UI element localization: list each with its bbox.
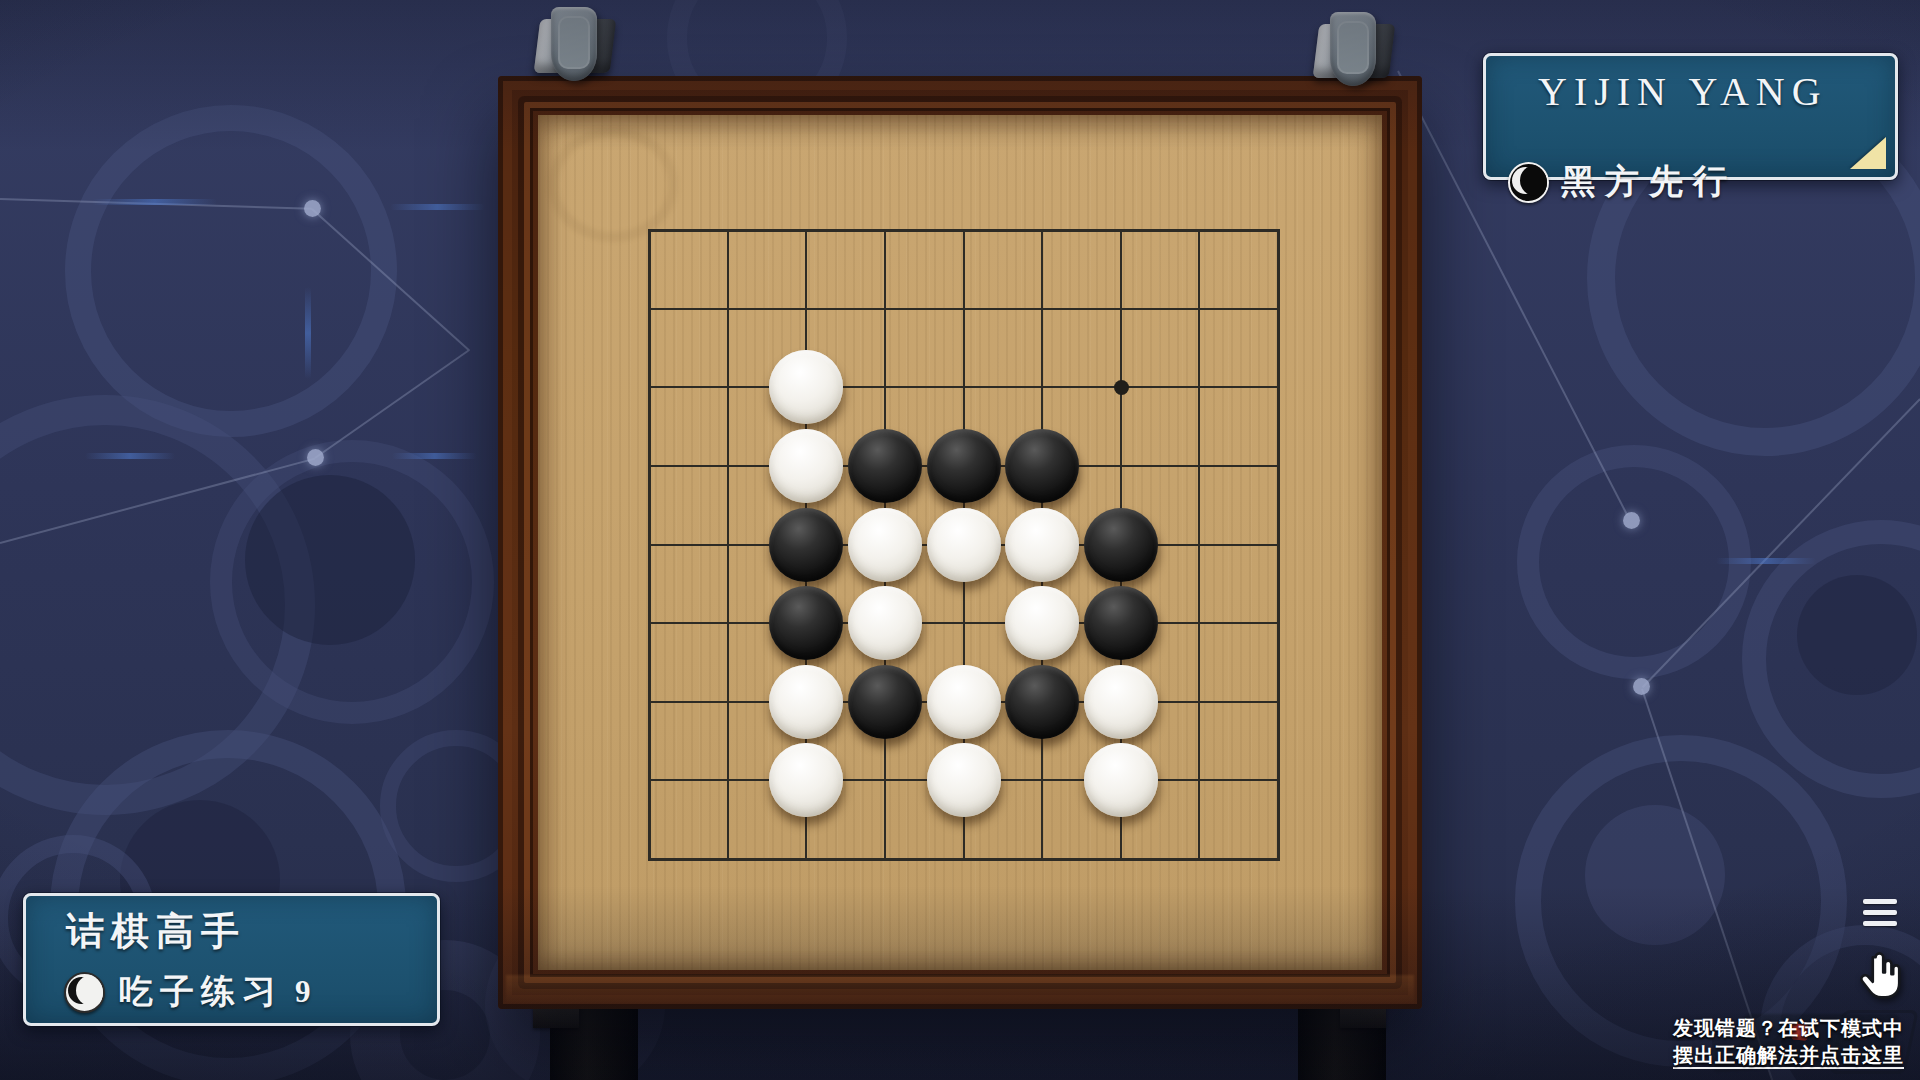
hand-pointer-cursor: [1857, 952, 1905, 1006]
white-stone: [769, 665, 843, 739]
grid-line-h: [648, 622, 1280, 624]
report-hint-line1: 发现错题？在试下模式中: [1673, 1016, 1904, 1041]
bg-disc: [1797, 575, 1917, 695]
black-stone: [1084, 508, 1158, 582]
white-stone: [769, 350, 843, 424]
grid-line-v: [1198, 229, 1200, 861]
star-point: [1114, 380, 1129, 395]
black-stone: [848, 665, 922, 739]
grid-line-h: [648, 858, 1280, 861]
puzzle-subtitle: 吃子练习: [119, 969, 283, 1015]
player-panel: YIJIN YANG 黑方先行: [1483, 53, 1898, 180]
player-name: YIJIN YANG: [1538, 68, 1828, 115]
go-board-surface[interactable]: [538, 115, 1382, 970]
white-stone-crescent-icon: [64, 972, 105, 1013]
white-stone: [927, 508, 1001, 582]
bg-node-dot: [307, 449, 324, 466]
black-stone: [1005, 429, 1079, 503]
white-stone: [1005, 586, 1079, 660]
white-stone: [769, 743, 843, 817]
board-clamp-right: [1310, 12, 1400, 88]
puzzle-title: 诘棋高手: [66, 906, 246, 957]
board-grid[interactable]: [648, 229, 1280, 861]
black-stone: [769, 508, 843, 582]
black-stone: [1005, 665, 1079, 739]
report-hint-link[interactable]: 摆出正确解法并点击这里: [1673, 1044, 1904, 1069]
bg-disc: [245, 475, 415, 645]
panel-corner-triangle-icon[interactable]: [1850, 137, 1886, 169]
white-stone: [1084, 665, 1158, 739]
bg-node-dot: [304, 200, 321, 217]
puzzle-number: 9: [295, 974, 311, 1010]
black-stone: [769, 586, 843, 660]
turn-label: 黑方先行: [1561, 159, 1737, 205]
bg-line: [311, 208, 470, 351]
bg-dash: [92, 199, 217, 205]
bg-ring: [1742, 520, 1920, 798]
white-stone: [848, 508, 922, 582]
white-stone: [927, 743, 1001, 817]
bg-node-dot: [1623, 512, 1640, 529]
bg-disc: [1585, 805, 1725, 945]
black-stone: [1084, 586, 1158, 660]
bg-dash: [392, 453, 477, 459]
game-scene: YIJIN YANG 黑方先行 诘棋高手 吃子练习 9 发现错题？在试下模式中 …: [0, 0, 1920, 1080]
hamburger-menu-icon[interactable]: [1863, 899, 1897, 927]
bg-ring: [65, 105, 397, 437]
bg-dash: [305, 287, 311, 379]
bg-line: [0, 458, 315, 544]
black-stone: [848, 429, 922, 503]
go-board-frame: [498, 76, 1422, 1009]
bg-dash: [1716, 558, 1816, 564]
bg-node-dot: [1633, 678, 1650, 695]
white-stone: [769, 429, 843, 503]
grid-line-v: [1277, 229, 1280, 861]
puzzle-panel: 诘棋高手 吃子练习 9: [23, 893, 440, 1026]
black-stone-crescent-icon: [1508, 162, 1549, 203]
bg-ring: [0, 395, 315, 815]
board-clamp-left: [531, 7, 621, 83]
bg-dash: [85, 453, 175, 459]
report-hint: 发现错题？在试下模式中 摆出正确解法并点击这里: [1673, 1016, 1904, 1068]
bg-line: [1642, 398, 1920, 688]
bg-ring: [1517, 445, 1751, 679]
bg-line: [314, 350, 468, 459]
black-stone: [927, 429, 1001, 503]
bg-dash: [390, 204, 485, 210]
board-smudge: [548, 127, 678, 242]
bg-line: [0, 198, 312, 210]
white-stone: [1005, 508, 1079, 582]
white-stone: [927, 665, 1001, 739]
white-stone: [1084, 743, 1158, 817]
bg-ring: [210, 440, 494, 724]
white-stone: [848, 586, 922, 660]
